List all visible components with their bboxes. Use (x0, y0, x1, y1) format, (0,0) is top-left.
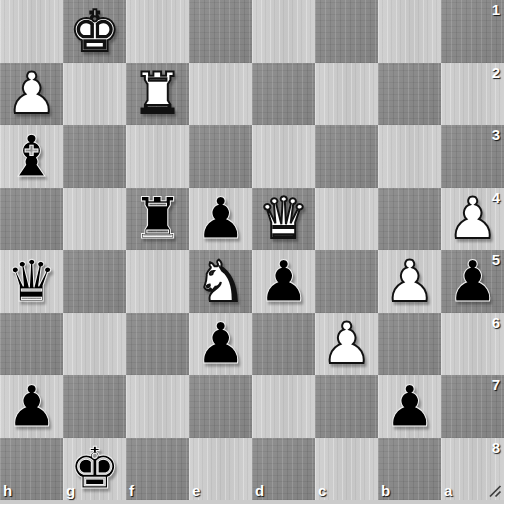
file-label-a: a (444, 482, 452, 499)
square-d3[interactable] (252, 125, 315, 188)
square-c8[interactable]: c (315, 438, 378, 501)
square-b7[interactable]: ♟ (378, 375, 441, 438)
rank-label-4: 4 (492, 189, 500, 206)
square-d6[interactable] (252, 313, 315, 376)
square-f4[interactable]: ♜ (126, 188, 189, 251)
square-g2[interactable] (63, 63, 126, 126)
white-rook-f2[interactable]: ♜ (126, 63, 189, 126)
white-knight-e5[interactable]: ♞ (189, 250, 252, 313)
square-h2[interactable]: ♟ (0, 63, 63, 126)
square-b4[interactable] (378, 188, 441, 251)
square-h4[interactable] (0, 188, 63, 251)
square-g7[interactable] (63, 375, 126, 438)
square-g4[interactable] (63, 188, 126, 251)
square-h7[interactable]: ♟ (0, 375, 63, 438)
black-pawn-h7[interactable]: ♟ (0, 375, 63, 438)
rank-label-3: 3 (492, 126, 500, 143)
board-resize-icon[interactable] (487, 483, 502, 498)
square-b3[interactable] (378, 125, 441, 188)
square-f3[interactable] (126, 125, 189, 188)
square-b8[interactable]: b (378, 438, 441, 501)
file-label-b: b (381, 482, 390, 499)
square-g5[interactable] (63, 250, 126, 313)
white-pawn-c6[interactable]: ♟ (315, 313, 378, 376)
square-g1[interactable]: ♚ (63, 0, 126, 63)
square-a4[interactable]: ♟4 (441, 188, 504, 251)
square-c6[interactable]: ♟ (315, 313, 378, 376)
rank-label-2: 2 (492, 64, 500, 81)
square-c7[interactable] (315, 375, 378, 438)
chess-board: ♚1♟♜2♝3♜♟♛♟4♛♞♟♟♟5♟♟6♟♟7h♚gfedcba8 (0, 0, 504, 504)
square-e1[interactable] (189, 0, 252, 63)
square-a6[interactable]: 6 (441, 313, 504, 376)
black-pawn-d5[interactable]: ♟ (252, 250, 315, 313)
square-h1[interactable] (0, 0, 63, 63)
square-f8[interactable]: f (126, 438, 189, 501)
rank-label-5: 5 (492, 251, 500, 268)
square-c3[interactable] (315, 125, 378, 188)
square-f6[interactable] (126, 313, 189, 376)
square-b2[interactable] (378, 63, 441, 126)
black-queen-h5[interactable]: ♛ (0, 250, 63, 313)
square-h6[interactable] (0, 313, 63, 376)
square-c4[interactable] (315, 188, 378, 251)
black-rook-f4[interactable]: ♜ (126, 188, 189, 251)
square-e6[interactable]: ♟ (189, 313, 252, 376)
square-d8[interactable]: d (252, 438, 315, 501)
square-a7[interactable]: 7 (441, 375, 504, 438)
square-f2[interactable]: ♜ (126, 63, 189, 126)
square-f5[interactable] (126, 250, 189, 313)
square-h8[interactable]: h (0, 438, 63, 501)
square-a8[interactable]: a8 (441, 438, 504, 501)
square-c5[interactable] (315, 250, 378, 313)
file-label-f: f (129, 482, 134, 499)
square-f7[interactable] (126, 375, 189, 438)
square-d1[interactable] (252, 0, 315, 63)
square-g8[interactable]: ♚g (63, 438, 126, 501)
rank-label-6: 6 (492, 314, 500, 331)
square-b1[interactable] (378, 0, 441, 63)
black-pawn-b7[interactable]: ♟ (378, 375, 441, 438)
white-queen-d4[interactable]: ♛ (252, 188, 315, 251)
file-label-e: e (192, 482, 200, 499)
square-e8[interactable]: e (189, 438, 252, 501)
square-d2[interactable] (252, 63, 315, 126)
file-label-c: c (318, 482, 326, 499)
square-e2[interactable] (189, 63, 252, 126)
white-pawn-h2[interactable]: ♟ (0, 63, 63, 126)
square-e4[interactable]: ♟ (189, 188, 252, 251)
square-e5[interactable]: ♞ (189, 250, 252, 313)
black-pawn-e6[interactable]: ♟ (189, 313, 252, 376)
rank-label-1: 1 (492, 1, 500, 18)
white-pawn-b5[interactable]: ♟ (378, 250, 441, 313)
rank-label-8: 8 (492, 439, 500, 456)
square-b5[interactable]: ♟ (378, 250, 441, 313)
square-g3[interactable] (63, 125, 126, 188)
black-bishop-h3[interactable]: ♝ (0, 125, 63, 188)
square-d4[interactable]: ♛ (252, 188, 315, 251)
square-c1[interactable] (315, 0, 378, 63)
file-label-d: d (255, 482, 264, 499)
square-b6[interactable] (378, 313, 441, 376)
square-h3[interactable]: ♝ (0, 125, 63, 188)
file-label-h: h (3, 482, 12, 499)
square-d7[interactable] (252, 375, 315, 438)
square-f1[interactable] (126, 0, 189, 63)
square-a5[interactable]: ♟5 (441, 250, 504, 313)
square-e7[interactable] (189, 375, 252, 438)
file-label-g: g (66, 482, 75, 499)
square-d5[interactable]: ♟ (252, 250, 315, 313)
square-h5[interactable]: ♛ (0, 250, 63, 313)
square-a2[interactable]: 2 (441, 63, 504, 126)
square-e3[interactable] (189, 125, 252, 188)
square-c2[interactable] (315, 63, 378, 126)
white-king-g1[interactable]: ♚ (63, 0, 126, 63)
square-a3[interactable]: 3 (441, 125, 504, 188)
square-g6[interactable] (63, 313, 126, 376)
square-a1[interactable]: 1 (441, 0, 504, 63)
rank-label-7: 7 (492, 376, 500, 393)
black-pawn-e4[interactable]: ♟ (189, 188, 252, 251)
